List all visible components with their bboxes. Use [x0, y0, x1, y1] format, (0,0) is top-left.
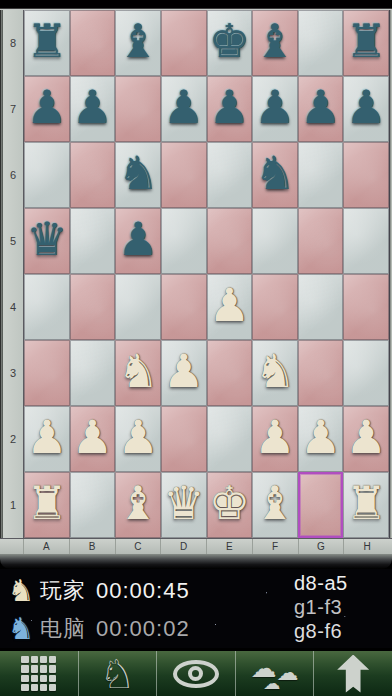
move-entry: g8-f6: [294, 619, 348, 643]
square-b2[interactable]: ♟: [70, 406, 116, 472]
square-g1[interactable]: [298, 472, 344, 538]
square-e2[interactable]: [207, 406, 253, 472]
board-setup-button[interactable]: [0, 651, 78, 696]
move-list[interactable]: d8-a5 g1-f3 g8-f6: [294, 571, 348, 643]
square-d3[interactable]: ♟: [161, 340, 207, 406]
piece-white-pawn: ♟: [117, 404, 158, 470]
square-f4[interactable]: [252, 274, 298, 340]
square-g3[interactable]: [298, 340, 344, 406]
piece-black-rook: ♜: [26, 8, 67, 74]
rank-label-7: 7: [3, 76, 23, 142]
up-arrow-icon: [337, 655, 369, 693]
square-c1[interactable]: ♝: [115, 472, 161, 538]
square-a8[interactable]: ♜: [24, 10, 70, 76]
piece-white-pawn: ♟: [300, 404, 341, 470]
undo-button[interactable]: [313, 651, 392, 696]
piece-black-pawn: ♟: [117, 206, 158, 272]
player-name: 玩家: [40, 576, 86, 606]
piece-white-bishop: ♝: [117, 470, 158, 536]
square-e6[interactable]: [207, 142, 253, 208]
piece-black-pawn: ♟: [254, 74, 295, 140]
piece-white-pawn: ♟: [163, 338, 204, 404]
piece-white-bishop: ♝: [254, 470, 295, 536]
piece-white-knight: ♞: [254, 338, 295, 404]
square-a4[interactable]: [24, 274, 70, 340]
square-f2[interactable]: ♟: [252, 406, 298, 472]
square-e7[interactable]: ♟: [207, 76, 253, 142]
square-a2[interactable]: ♟: [24, 406, 70, 472]
top-status-gap: [0, 0, 392, 8]
square-h3[interactable]: [343, 340, 389, 406]
piece-black-pawn: ♟: [346, 74, 387, 140]
piece-white-knight: ♞: [117, 338, 158, 404]
piece-black-bishop: ♝: [117, 8, 158, 74]
square-f5[interactable]: [252, 208, 298, 274]
piece-white-pawn: ♟: [254, 404, 295, 470]
square-f7[interactable]: ♟: [252, 76, 298, 142]
knight-icon: ♘: [99, 652, 135, 696]
square-g6[interactable]: [298, 142, 344, 208]
square-e3[interactable]: [207, 340, 253, 406]
square-c3[interactable]: ♞: [115, 340, 161, 406]
square-d1[interactable]: ♛: [161, 472, 207, 538]
square-g7[interactable]: ♟: [298, 76, 344, 142]
board-grid-icon: [21, 656, 56, 691]
square-e1[interactable]: ♚: [207, 472, 253, 538]
bottom-toolbar: ♘ ☁☁☁: [0, 648, 392, 696]
game-status-panel: ♞ 玩家 00:00:45 ♞ 电脑 00:00:02 d8-a5 g1-f3 …: [0, 569, 392, 648]
square-h4[interactable]: [343, 274, 389, 340]
piece-white-pawn: ♟: [72, 404, 113, 470]
hint-button[interactable]: [156, 651, 235, 696]
rank-label-3: 3: [3, 340, 23, 406]
eye-icon: [173, 660, 219, 688]
rank-label-5: 5: [3, 208, 23, 274]
square-g8[interactable]: [298, 10, 344, 76]
square-e8[interactable]: ♚: [207, 10, 253, 76]
square-e5[interactable]: [207, 208, 253, 274]
file-label-a: A: [24, 539, 70, 554]
piece-white-pawn: ♟: [26, 404, 67, 470]
move-entry: g1-f3: [294, 595, 348, 619]
piece-white-king: ♚: [209, 470, 250, 536]
player-clocks: ♞ 玩家 00:00:45 ♞ 电脑 00:00:02: [6, 575, 190, 645]
square-b5[interactable]: [70, 208, 116, 274]
computer-clock: 00:00:02: [96, 616, 190, 642]
square-c7[interactable]: [115, 76, 161, 142]
piece-white-rook: ♜: [26, 470, 67, 536]
piece-black-king: ♚: [209, 8, 250, 74]
new-game-button[interactable]: ♘: [78, 651, 157, 696]
square-f6[interactable]: ♞: [252, 142, 298, 208]
square-h1[interactable]: ♜: [343, 472, 389, 538]
square-f3[interactable]: ♞: [252, 340, 298, 406]
square-d5[interactable]: [161, 208, 207, 274]
white-knight-icon: ♞: [6, 575, 36, 607]
piece-black-pawn: ♟: [300, 74, 341, 140]
piece-black-rook: ♜: [346, 8, 387, 74]
board-grid: ♜♝♚♝♜♟♟♟♟♟♟♟♞♞♛♟♟♞♟♞♟♟♟♟♟♟♜♝♛♚♝♜: [24, 10, 390, 538]
piece-black-knight: ♞: [254, 140, 295, 206]
file-label-b: B: [70, 539, 116, 554]
theme-button[interactable]: ☁☁☁: [235, 651, 314, 696]
square-g5[interactable]: [298, 208, 344, 274]
square-a5[interactable]: ♛: [24, 208, 70, 274]
square-c6[interactable]: ♞: [115, 142, 161, 208]
square-c2[interactable]: ♟: [115, 406, 161, 472]
piece-black-pawn: ♟: [26, 74, 67, 140]
square-h2[interactable]: ♟: [343, 406, 389, 472]
file-label-e: E: [207, 539, 253, 554]
square-f1[interactable]: ♝: [252, 472, 298, 538]
move-entry: d8-a5: [294, 571, 348, 595]
clouds-icon: ☁☁☁: [251, 655, 299, 693]
rank-label-1: 1: [3, 472, 23, 538]
piece-black-bishop: ♝: [254, 8, 295, 74]
piece-black-pawn: ♟: [72, 74, 113, 140]
piece-black-knight: ♞: [117, 140, 158, 206]
player-row-computer: ♞ 电脑 00:00:02: [6, 613, 190, 645]
square-e4[interactable]: ♟: [207, 274, 253, 340]
square-a6[interactable]: [24, 142, 70, 208]
rank-label-6: 6: [3, 142, 23, 208]
square-g4[interactable]: [298, 274, 344, 340]
square-c8[interactable]: ♝: [115, 10, 161, 76]
file-label-c: C: [116, 539, 162, 554]
square-d7[interactable]: ♟: [161, 76, 207, 142]
square-g2[interactable]: ♟: [298, 406, 344, 472]
square-d4[interactable]: [161, 274, 207, 340]
board-bottom-shadow: [0, 554, 392, 569]
square-a3[interactable]: [24, 340, 70, 406]
square-c4[interactable]: [115, 274, 161, 340]
square-h8[interactable]: ♜: [343, 10, 389, 76]
file-labels-spacer: [0, 539, 24, 554]
piece-black-queen: ♛: [26, 206, 67, 272]
chess-board: 87654321 ♜♝♚♝♜♟♟♟♟♟♟♟♞♞♛♟♟♞♟♞♟♟♟♟♟♟♜♝♛♚♝…: [0, 8, 392, 569]
chess-app-screen: 87654321 ♜♝♚♝♜♟♟♟♟♟♟♟♞♞♛♟♟♞♟♞♟♟♟♟♟♟♜♝♛♚♝…: [0, 0, 392, 696]
square-c5[interactable]: ♟: [115, 208, 161, 274]
square-b6[interactable]: [70, 142, 116, 208]
player-row-human: ♞ 玩家 00:00:45: [6, 575, 190, 607]
computer-name: 电脑: [40, 614, 86, 644]
rank-labels: 87654321: [3, 10, 24, 538]
piece-white-queen: ♛: [163, 470, 204, 536]
file-labels-row: ABCDEFGH: [0, 538, 392, 554]
player-clock: 00:00:45: [96, 578, 190, 604]
piece-white-pawn: ♟: [209, 272, 250, 338]
piece-black-pawn: ♟: [209, 74, 250, 140]
piece-black-pawn: ♟: [163, 74, 204, 140]
file-label-f: F: [253, 539, 299, 554]
square-b8[interactable]: [70, 10, 116, 76]
square-b7[interactable]: ♟: [70, 76, 116, 142]
square-d6[interactable]: [161, 142, 207, 208]
square-f8[interactable]: ♝: [252, 10, 298, 76]
file-label-d: D: [161, 539, 207, 554]
blue-knight-icon: ♞: [6, 613, 36, 645]
square-a1[interactable]: ♜: [24, 472, 70, 538]
square-b4[interactable]: [70, 274, 116, 340]
piece-white-pawn: ♟: [346, 404, 387, 470]
square-h6[interactable]: [343, 142, 389, 208]
rank-label-8: 8: [3, 10, 23, 76]
piece-white-rook: ♜: [346, 470, 387, 536]
square-d2[interactable]: [161, 406, 207, 472]
rank-label-2: 2: [3, 406, 23, 472]
square-h7[interactable]: ♟: [343, 76, 389, 142]
square-b1[interactable]: [70, 472, 116, 538]
square-b3[interactable]: [70, 340, 116, 406]
file-label-h: H: [344, 539, 390, 554]
square-d8[interactable]: [161, 10, 207, 76]
rank-label-4: 4: [3, 274, 23, 340]
square-h5[interactable]: [343, 208, 389, 274]
square-a7[interactable]: ♟: [24, 76, 70, 142]
file-label-g: G: [299, 539, 345, 554]
file-labels: ABCDEFGH: [24, 539, 390, 554]
